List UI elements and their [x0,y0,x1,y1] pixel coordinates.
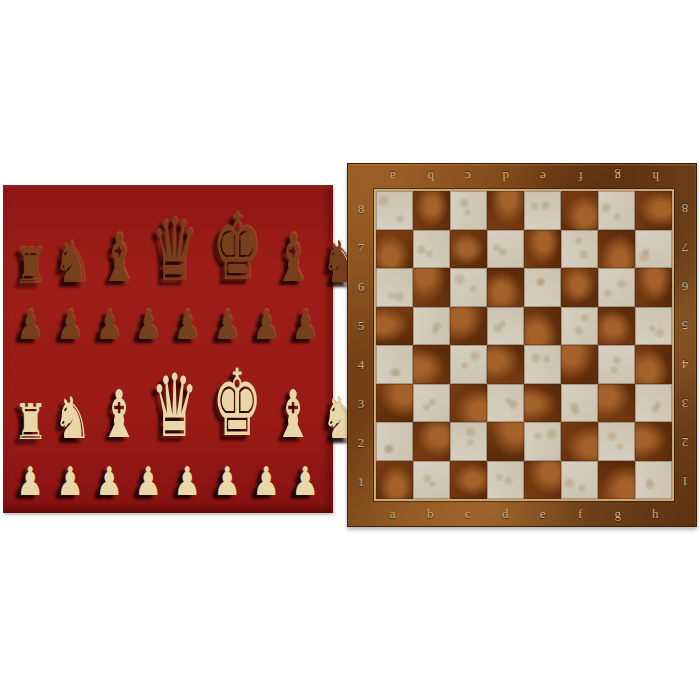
white-queen[interactable]: ♛ [150,367,198,445]
file-labels-top: abcdefgh [374,164,674,189]
black-pawn[interactable]: ♟ [56,307,83,343]
square-e6[interactable] [524,268,561,307]
square-f2[interactable] [561,422,598,461]
rank-left-2: 2 [348,423,374,462]
file-bottom-h: h [637,501,675,526]
rank-left-3: 3 [348,384,374,423]
rank-right-3: 3 [674,384,696,423]
square-c8[interactable] [450,191,487,230]
tray-slot: ♟ [90,299,129,343]
square-c1[interactable] [450,461,487,500]
square-g5[interactable] [598,307,635,346]
square-a1[interactable] [376,461,413,500]
square-a8[interactable] [376,191,413,230]
file-bottom-a: a [374,501,412,526]
rank-left-7: 7 [348,228,374,267]
white-pawn[interactable]: ♟ [174,463,201,499]
tray-slot: ♟ [207,299,246,343]
square-e3[interactable] [524,384,561,423]
rank-left-6: 6 [348,267,374,306]
square-d5[interactable] [487,307,524,346]
tray-slot: ♟ [247,453,286,499]
square-a4[interactable] [376,345,413,384]
file-bottom-g: g [599,501,637,526]
square-d7[interactable] [487,230,524,269]
square-b4[interactable] [413,345,450,384]
rank-left-4: 4 [348,345,374,384]
black-pawn[interactable]: ♟ [17,307,44,343]
white-pawn[interactable]: ♟ [213,463,240,499]
square-c6[interactable] [450,268,487,307]
tray-slot: ♟ [50,453,89,499]
black-queen[interactable]: ♛ [150,211,198,289]
rank-right-2: 2 [674,423,696,462]
rank-left-1: 1 [348,462,374,501]
tray-slot: ♟ [286,299,325,343]
square-g6[interactable] [598,268,635,307]
square-c7[interactable] [450,230,487,269]
square-e4[interactable] [524,345,561,384]
file-bottom-b: b [412,501,450,526]
file-top-h: h [637,164,675,189]
black-pawn[interactable]: ♟ [135,307,162,343]
file-top-a: a [374,164,412,189]
tray-row-white-pawns: ♟♟♟♟♟♟♟♟ [11,453,325,499]
file-top-g: g [599,164,637,189]
tray-slot: ♝ [269,357,317,445]
square-a6[interactable] [376,268,413,307]
square-b6[interactable] [413,268,450,307]
tray-slot: ♛ [144,357,205,445]
tray-slot: ♟ [50,299,89,343]
black-pawn[interactable]: ♟ [95,307,122,343]
square-a3[interactable] [376,384,413,423]
tray-slot: ♟ [207,453,246,499]
square-h3[interactable] [635,384,672,423]
tray-slot: ♞ [50,199,95,289]
square-c5[interactable] [450,307,487,346]
square-f5[interactable] [561,307,598,346]
square-c2[interactable] [450,422,487,461]
square-b8[interactable] [413,191,450,230]
file-labels-bottom: abcdefgh [374,501,674,526]
square-f7[interactable] [561,230,598,269]
tray-row-black-back: ♜♞♝♛♚♝♞♜ [11,199,325,289]
square-b7[interactable] [413,230,450,269]
black-pawn[interactable]: ♟ [213,307,240,343]
black-bishop[interactable]: ♝ [274,230,314,289]
square-h6[interactable] [635,268,672,307]
square-b2[interactable] [413,422,450,461]
square-g2[interactable] [598,422,635,461]
tray-slot: ♟ [247,299,286,343]
square-b3[interactable] [413,384,450,423]
square-e2[interactable] [524,422,561,461]
tray-slot: ♟ [129,453,168,499]
white-pawn[interactable]: ♟ [17,463,44,499]
square-a5[interactable] [376,307,413,346]
white-pawn[interactable]: ♟ [252,463,279,499]
rank-left-5: 5 [348,306,374,345]
square-d2[interactable] [487,422,524,461]
square-e8[interactable] [524,191,561,230]
square-h8[interactable] [635,191,672,230]
square-b5[interactable] [413,307,450,346]
white-pawn[interactable]: ♟ [56,463,83,499]
square-d4[interactable] [487,345,524,384]
square-g1[interactable] [598,461,635,500]
square-d3[interactable] [487,384,524,423]
square-e7[interactable] [524,230,561,269]
black-pawn[interactable]: ♟ [292,307,319,343]
white-king[interactable]: ♚ [212,362,262,445]
file-top-b: b [412,164,450,189]
tray-slot: ♞ [50,357,95,445]
file-bottom-f: f [562,501,600,526]
tray-row-black-pawns: ♟♟♟♟♟♟♟♟ [11,299,325,343]
tray-slot: ♟ [168,453,207,499]
square-h5[interactable] [635,307,672,346]
file-bottom-d: d [487,501,525,526]
tray-slot: ♟ [90,453,129,499]
square-g8[interactable] [598,191,635,230]
rank-right-7: 7 [674,228,696,267]
rank-labels-right: 87654321 [674,189,696,501]
tray-slot: ♟ [286,453,325,499]
rank-right-6: 6 [674,267,696,306]
white-pawn[interactable]: ♟ [95,463,122,499]
chess-board: abcdefgh abcdefgh 87654321 87654321 [347,163,697,527]
rank-right-5: 5 [674,306,696,345]
square-g3[interactable] [598,384,635,423]
board-grid [374,189,674,501]
white-pawn[interactable]: ♟ [135,463,162,499]
white-bishop[interactable]: ♝ [274,386,314,445]
white-rook[interactable]: ♜ [14,401,48,445]
square-a2[interactable] [376,422,413,461]
square-e5[interactable] [524,307,561,346]
file-top-d: d [487,164,525,189]
tray-slot: ♚ [205,199,270,289]
file-top-f: f [562,164,600,189]
file-bottom-e: e [524,501,562,526]
file-top-e: e [524,164,562,189]
tray-slot: ♛ [144,199,205,289]
rank-right-1: 1 [674,462,696,501]
tray-slot: ♝ [95,199,143,289]
square-h7[interactable] [635,230,672,269]
tray-slot: ♜ [11,357,50,445]
rank-labels-left: 87654321 [348,189,374,501]
square-c3[interactable] [450,384,487,423]
tray-row-white-back: ♜♞♝♛♚♝♞♜ [11,357,325,445]
tray-slot: ♟ [168,299,207,343]
black-pawn[interactable]: ♟ [252,307,279,343]
tray-slot: ♜ [11,199,50,289]
square-d6[interactable] [487,268,524,307]
black-knight[interactable]: ♞ [54,237,92,289]
black-pawn[interactable]: ♟ [174,307,201,343]
square-h4[interactable] [635,345,672,384]
tray-slot: ♟ [11,453,50,499]
black-bishop[interactable]: ♝ [100,230,140,289]
file-bottom-c: c [449,501,487,526]
black-king[interactable]: ♚ [212,206,262,289]
square-f1[interactable] [561,461,598,500]
file-top-c: c [449,164,487,189]
white-pawn[interactable]: ♟ [292,463,319,499]
rank-right-8: 8 [674,189,696,228]
black-rook[interactable]: ♜ [14,245,48,289]
square-d8[interactable] [487,191,524,230]
tray-slot: ♝ [95,357,143,445]
square-b1[interactable] [413,461,450,500]
square-a7[interactable] [376,230,413,269]
square-g4[interactable] [598,345,635,384]
tray-slot: ♟ [129,299,168,343]
square-e1[interactable] [524,461,561,500]
rank-left-8: 8 [348,189,374,228]
square-f8[interactable] [561,191,598,230]
white-knight[interactable]: ♞ [54,393,92,445]
piece-storage-tray: ♜♞♝♛♚♝♞♜♟♟♟♟♟♟♟♟♜♞♝♛♚♝♞♜♟♟♟♟♟♟♟♟ [3,185,333,513]
square-d1[interactable] [487,461,524,500]
square-f6[interactable] [561,268,598,307]
square-f3[interactable] [561,384,598,423]
square-g7[interactable] [598,230,635,269]
tray-slot: ♚ [205,357,270,445]
square-f4[interactable] [561,345,598,384]
rank-right-4: 4 [674,345,696,384]
square-h1[interactable] [635,461,672,500]
tray-slot: ♝ [269,199,317,289]
square-h2[interactable] [635,422,672,461]
square-c4[interactable] [450,345,487,384]
tray-slot: ♟ [11,299,50,343]
white-bishop[interactable]: ♝ [100,386,140,445]
